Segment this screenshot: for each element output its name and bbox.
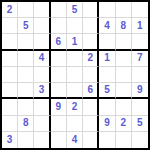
sudoku-board: 255481614217365992892534 [0, 0, 150, 150]
cell-r8c8[interactable]: 2 [116, 116, 132, 132]
cell-r6c3[interactable]: 3 [34, 83, 50, 99]
cell-r6c9[interactable]: 9 [132, 83, 148, 99]
cell-r4c5[interactable] [67, 51, 83, 67]
cell-r1c9[interactable] [132, 2, 148, 18]
cell-r7c7[interactable] [99, 99, 115, 115]
cell-r7c3[interactable] [34, 99, 50, 115]
given-digit: 2 [7, 5, 13, 15]
cell-r9c4[interactable] [51, 132, 67, 148]
cell-r6c4[interactable] [51, 83, 67, 99]
cell-r2c2[interactable]: 5 [18, 18, 34, 34]
cell-r8c1[interactable] [2, 116, 18, 132]
cell-r5c2[interactable] [18, 67, 34, 83]
cell-r4c9[interactable]: 7 [132, 51, 148, 67]
given-digit: 8 [23, 118, 29, 128]
cell-r5c4[interactable] [51, 67, 67, 83]
cell-r5c3[interactable] [34, 67, 50, 83]
cell-r9c7[interactable] [99, 132, 115, 148]
cell-r2c5[interactable] [67, 18, 83, 34]
cell-r3c6[interactable] [83, 34, 99, 50]
given-digit: 2 [120, 118, 126, 128]
cell-r4c4[interactable] [51, 51, 67, 67]
cell-r3c8[interactable] [116, 34, 132, 50]
cell-r9c3[interactable] [34, 132, 50, 148]
cell-r4c8[interactable] [116, 51, 132, 67]
given-digit: 1 [137, 21, 143, 31]
given-digit: 5 [23, 21, 29, 31]
cell-r8c6[interactable] [83, 116, 99, 132]
cell-r5c8[interactable] [116, 67, 132, 83]
cell-r3c4[interactable]: 6 [51, 34, 67, 50]
cell-r8c4[interactable] [51, 116, 67, 132]
cell-r6c8[interactable] [116, 83, 132, 99]
cell-r5c1[interactable] [2, 67, 18, 83]
given-digit: 4 [39, 53, 45, 63]
cell-r3c2[interactable] [18, 34, 34, 50]
given-digit: 3 [39, 85, 45, 95]
cell-r7c2[interactable] [18, 99, 34, 115]
given-digit: 9 [137, 85, 143, 95]
given-digit: 3 [7, 135, 13, 145]
cell-r2c6[interactable] [83, 18, 99, 34]
given-digit: 5 [72, 5, 78, 15]
cell-r9c5[interactable]: 4 [67, 132, 83, 148]
cell-r8c2[interactable]: 8 [18, 116, 34, 132]
given-digit: 5 [104, 85, 110, 95]
cell-r1c8[interactable] [116, 2, 132, 18]
cell-r4c2[interactable] [18, 51, 34, 67]
cell-r1c6[interactable] [83, 2, 99, 18]
cell-r3c5[interactable]: 1 [67, 34, 83, 50]
cell-r9c8[interactable] [116, 132, 132, 148]
given-digit: 8 [120, 21, 126, 31]
cell-r9c2[interactable] [18, 132, 34, 148]
given-digit: 7 [137, 53, 143, 63]
cell-r8c3[interactable] [34, 116, 50, 132]
cell-r7c1[interactable] [2, 99, 18, 115]
cell-r5c6[interactable] [83, 67, 99, 83]
cell-r1c2[interactable] [18, 2, 34, 18]
cell-r2c1[interactable] [2, 18, 18, 34]
cell-r1c5[interactable]: 5 [67, 2, 83, 18]
cell-r4c1[interactable] [2, 51, 18, 67]
cell-r3c9[interactable] [132, 34, 148, 50]
cell-r9c6[interactable] [83, 132, 99, 148]
cell-r9c9[interactable] [132, 132, 148, 148]
cell-r6c7[interactable]: 5 [99, 83, 115, 99]
given-digit: 5 [137, 118, 143, 128]
cell-r3c3[interactable] [34, 34, 50, 50]
cell-r1c4[interactable] [51, 2, 67, 18]
cell-r7c4[interactable]: 9 [51, 99, 67, 115]
cell-r1c3[interactable] [34, 2, 50, 18]
cell-r7c8[interactable] [116, 99, 132, 115]
cell-r8c9[interactable]: 5 [132, 116, 148, 132]
cell-r2c8[interactable]: 8 [116, 18, 132, 34]
cell-r4c6[interactable]: 2 [83, 51, 99, 67]
cell-r4c7[interactable]: 1 [99, 51, 115, 67]
given-digit: 1 [104, 53, 110, 63]
cell-r5c7[interactable] [99, 67, 115, 83]
given-digit: 2 [87, 53, 93, 63]
cell-r6c6[interactable]: 6 [83, 83, 99, 99]
cell-r2c9[interactable]: 1 [132, 18, 148, 34]
given-digit: 4 [104, 21, 110, 31]
cell-r7c6[interactable] [83, 99, 99, 115]
cell-r6c1[interactable] [2, 83, 18, 99]
given-digit: 2 [72, 102, 78, 112]
given-digit: 9 [104, 118, 110, 128]
given-digit: 6 [55, 37, 61, 47]
cell-r1c7[interactable] [99, 2, 115, 18]
given-digit: 6 [87, 85, 93, 95]
cell-r7c5[interactable]: 2 [67, 99, 83, 115]
cell-r6c2[interactable] [18, 83, 34, 99]
cell-r3c1[interactable] [2, 34, 18, 50]
cell-r1c1[interactable]: 2 [2, 2, 18, 18]
cell-r2c3[interactable] [34, 18, 50, 34]
cell-r3c7[interactable] [99, 34, 115, 50]
cell-r8c7[interactable]: 9 [99, 116, 115, 132]
cell-r9c1[interactable]: 3 [2, 132, 18, 148]
cell-r8c5[interactable] [67, 116, 83, 132]
cell-r5c9[interactable] [132, 67, 148, 83]
cell-r4c3[interactable]: 4 [34, 51, 50, 67]
cell-r2c4[interactable] [51, 18, 67, 34]
given-digit: 4 [72, 135, 78, 145]
cell-r5c5[interactable] [67, 67, 83, 83]
cell-r6c5[interactable] [67, 83, 83, 99]
cell-r7c9[interactable] [132, 99, 148, 115]
given-digit: 1 [72, 37, 78, 47]
cell-r2c7[interactable]: 4 [99, 18, 115, 34]
given-digit: 9 [55, 102, 61, 112]
